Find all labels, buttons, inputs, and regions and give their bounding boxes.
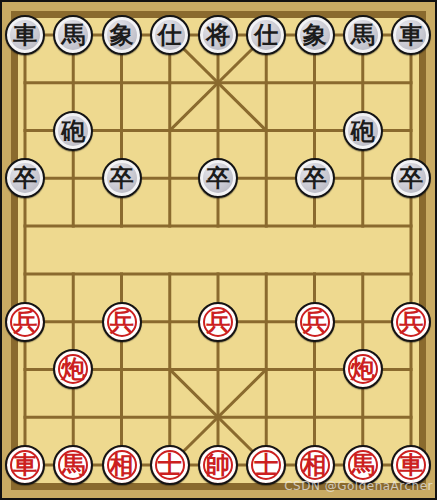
piece-red-horse[interactable]: 馬 [53,445,93,485]
board-grid[interactable]: 車馬象仕将仕象馬車砲砲卒卒卒卒卒兵兵兵兵兵炮炮車馬相士帥士相馬車 [1,11,435,489]
piece-red-soldier[interactable]: 兵 [391,302,431,342]
piece-black-soldier[interactable]: 卒 [295,158,335,198]
piece-black-advisor[interactable]: 仕 [246,15,286,55]
piece-black-soldier[interactable]: 卒 [391,158,431,198]
piece-black-horse[interactable]: 馬 [53,15,93,55]
piece-black-elephant[interactable]: 象 [102,15,142,55]
piece-black-cannon[interactable]: 砲 [53,111,93,151]
piece-red-soldier[interactable]: 兵 [102,302,142,342]
piece-black-horse[interactable]: 馬 [343,15,383,55]
piece-black-soldier[interactable]: 卒 [5,158,45,198]
piece-red-cannon[interactable]: 炮 [343,349,383,389]
piece-red-elephant[interactable]: 相 [102,445,142,485]
piece-red-advisor[interactable]: 士 [246,445,286,485]
piece-red-advisor[interactable]: 士 [150,445,190,485]
piece-red-chariot[interactable]: 車 [5,445,45,485]
piece-red-soldier[interactable]: 兵 [295,302,335,342]
piece-red-elephant[interactable]: 相 [295,445,335,485]
piece-black-chariot[interactable]: 車 [5,15,45,55]
xiangqi-board: 車馬象仕将仕象馬車砲砲卒卒卒卒卒兵兵兵兵兵炮炮車馬相士帥士相馬車 CSDN @G… [0,0,437,500]
piece-red-chariot[interactable]: 車 [391,445,431,485]
piece-red-soldier[interactable]: 兵 [5,302,45,342]
piece-black-soldier[interactable]: 卒 [102,158,142,198]
piece-black-cannon[interactable]: 砲 [343,111,383,151]
piece-black-chariot[interactable]: 車 [391,15,431,55]
piece-red-general[interactable]: 帥 [198,445,238,485]
piece-black-soldier[interactable]: 卒 [198,158,238,198]
piece-red-soldier[interactable]: 兵 [198,302,238,342]
piece-red-horse[interactable]: 馬 [343,445,383,485]
piece-black-general[interactable]: 将 [198,15,238,55]
piece-black-advisor[interactable]: 仕 [150,15,190,55]
piece-red-cannon[interactable]: 炮 [53,349,93,389]
piece-black-elephant[interactable]: 象 [295,15,335,55]
